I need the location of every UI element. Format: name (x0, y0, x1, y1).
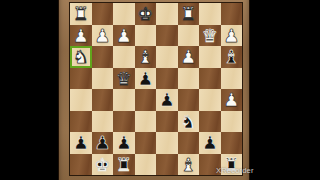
square[interactable] (156, 25, 178, 47)
piece-wR[interactable]: ♜ (70, 3, 92, 25)
square[interactable]: ♞ (70, 46, 92, 68)
piece-wP[interactable]: ♟ (178, 46, 200, 68)
square[interactable]: ♟ (70, 132, 92, 154)
piece-bP[interactable]: ♟ (70, 132, 92, 154)
piece-bR[interactable]: ♜ (113, 154, 135, 176)
piece-wP[interactable]: ♟ (92, 25, 114, 47)
square[interactable]: ♟ (92, 25, 114, 47)
square[interactable] (199, 68, 221, 90)
square[interactable]: ♝ (135, 46, 157, 68)
piece-wK[interactable]: ♚ (135, 3, 157, 25)
square[interactable]: ♟ (113, 132, 135, 154)
square[interactable]: ♛ (113, 68, 135, 90)
square[interactable]: ♟ (70, 25, 92, 47)
square[interactable] (92, 111, 114, 133)
square[interactable] (199, 3, 221, 25)
square[interactable] (156, 111, 178, 133)
letterbox-right (250, 0, 320, 180)
piece-wB[interactable]: ♝ (178, 154, 200, 176)
square[interactable] (70, 89, 92, 111)
square[interactable]: ♟ (92, 132, 114, 154)
piece-wR[interactable]: ♜ (178, 3, 200, 25)
square[interactable]: ♟ (135, 68, 157, 90)
square[interactable]: ♛ (199, 25, 221, 47)
piece-bQ[interactable]: ♛ (199, 25, 221, 47)
screenshot-stage: ♜♚♜♟♟♟♛♟♞♝♟♝♛♟♟♟♞♟♟♟♟♚♜♝♜ XRecorder (0, 0, 320, 180)
chess-board: ♜♚♜♟♟♟♛♟♞♝♟♝♛♟♟♟♞♟♟♟♟♚♜♝♜ (69, 2, 243, 176)
piece-wP[interactable]: ♟ (221, 89, 243, 111)
square[interactable]: ♜ (70, 3, 92, 25)
square[interactable]: ♚ (135, 3, 157, 25)
square[interactable]: ♟ (199, 132, 221, 154)
square[interactable]: ♝ (221, 46, 243, 68)
square[interactable] (70, 154, 92, 176)
square[interactable] (135, 132, 157, 154)
square[interactable] (178, 89, 200, 111)
piece-wN[interactable]: ♞ (70, 46, 92, 68)
square[interactable] (221, 68, 243, 90)
square[interactable]: ♟ (178, 46, 200, 68)
square[interactable] (135, 25, 157, 47)
square[interactable]: ♟ (156, 89, 178, 111)
square[interactable] (199, 111, 221, 133)
square[interactable] (178, 132, 200, 154)
square[interactable]: ♝ (178, 154, 200, 176)
square[interactable]: ♜ (113, 154, 135, 176)
board-wooden-frame: ♜♚♜♟♟♟♛♟♞♝♟♝♛♟♟♟♞♟♟♟♟♚♜♝♜ (58, 0, 250, 180)
square[interactable]: ♚ (92, 154, 114, 176)
piece-bP[interactable]: ♟ (92, 132, 114, 154)
square[interactable] (156, 68, 178, 90)
square[interactable] (199, 89, 221, 111)
piece-bN[interactable]: ♞ (178, 111, 200, 133)
square[interactable] (92, 46, 114, 68)
recorder-watermark: XRecorder (216, 166, 262, 175)
square[interactable]: ♟ (221, 25, 243, 47)
square[interactable] (135, 89, 157, 111)
piece-wB[interactable]: ♝ (135, 46, 157, 68)
piece-wQ[interactable]: ♛ (113, 68, 135, 90)
square[interactable]: ♟ (221, 89, 243, 111)
square[interactable] (113, 111, 135, 133)
square[interactable] (156, 3, 178, 25)
square[interactable] (70, 68, 92, 90)
square[interactable] (92, 68, 114, 90)
square[interactable] (221, 111, 243, 133)
square[interactable] (199, 46, 221, 68)
square[interactable] (178, 68, 200, 90)
piece-bP[interactable]: ♟ (113, 132, 135, 154)
square[interactable] (135, 154, 157, 176)
piece-wP[interactable]: ♟ (113, 25, 135, 47)
square[interactable] (178, 25, 200, 47)
square[interactable] (221, 132, 243, 154)
piece-wP[interactable]: ♟ (70, 25, 92, 47)
piece-bP[interactable]: ♟ (156, 89, 178, 111)
square[interactable] (156, 132, 178, 154)
square[interactable] (113, 46, 135, 68)
piece-wP[interactable]: ♟ (221, 25, 243, 47)
square[interactable] (70, 111, 92, 133)
piece-bP[interactable]: ♟ (135, 68, 157, 90)
square[interactable] (113, 3, 135, 25)
piece-bB[interactable]: ♝ (221, 46, 243, 68)
square[interactable]: ♜ (178, 3, 200, 25)
square[interactable] (92, 89, 114, 111)
letterbox-left (0, 0, 58, 180)
square[interactable] (156, 46, 178, 68)
square[interactable]: ♟ (113, 25, 135, 47)
square[interactable] (135, 111, 157, 133)
square[interactable] (92, 3, 114, 25)
square[interactable] (221, 3, 243, 25)
piece-bK[interactable]: ♚ (92, 154, 114, 176)
square[interactable]: ♞ (178, 111, 200, 133)
piece-bP[interactable]: ♟ (199, 132, 221, 154)
square[interactable] (156, 154, 178, 176)
square[interactable] (113, 89, 135, 111)
